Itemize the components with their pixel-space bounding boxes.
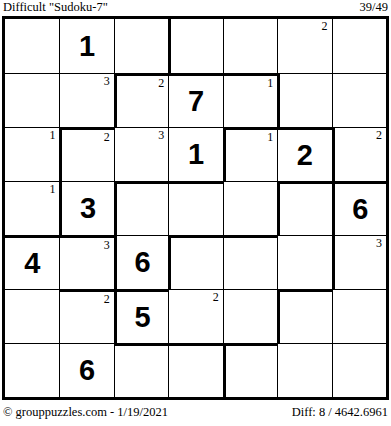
pencil-mark: 2 <box>158 77 164 89</box>
cell-r5c0 <box>5 289 59 343</box>
footer: © grouppuzzles.com - 1/19/2021 Diff: 8 /… <box>3 405 388 423</box>
cell-r4c2: 6 <box>114 235 168 289</box>
given-digit: 4 <box>24 249 40 278</box>
cell-r0c3 <box>168 19 222 73</box>
cell-r4c4 <box>223 235 277 289</box>
cell-r1c4: 1 <box>223 73 277 127</box>
cell-r4c3 <box>168 235 222 289</box>
cell-r3c1: 3 <box>59 181 113 235</box>
footer-copyright: © grouppuzzles.com - 1/19/2021 <box>3 405 168 420</box>
pencil-mark: 2 <box>322 20 328 32</box>
pencil-mark: 1 <box>267 131 273 143</box>
cell-r3c0: 1 <box>5 181 59 235</box>
pencil-mark: 2 <box>104 131 110 143</box>
given-digit: 1 <box>79 32 95 61</box>
given-digit: 2 <box>297 141 313 170</box>
pencil-mark: 2 <box>213 291 219 303</box>
cell-r5c4 <box>223 289 277 343</box>
cell-r2c4: 1 <box>223 127 277 181</box>
cell-r6c0 <box>5 343 59 397</box>
puzzle-title: Difficult "Sudoku-7" <box>3 0 108 14</box>
cell-r6c2 <box>114 343 168 397</box>
cell-r5c1: 2 <box>59 289 113 343</box>
page-root: { "game": "jigsaw-sudoku (7x7 irregular … <box>0 0 391 426</box>
cell-r2c5: 2 <box>277 127 331 181</box>
cell-r6c6 <box>332 343 386 397</box>
pencil-mark: 1 <box>49 129 55 141</box>
cell-r0c2 <box>114 19 168 73</box>
cell-r6c1: 6 <box>59 343 113 397</box>
cell-r5c2: 5 <box>114 289 168 343</box>
pencil-mark: 3 <box>158 129 164 141</box>
pencil-mark: 2 <box>376 129 382 141</box>
pencil-mark: 3 <box>376 237 382 249</box>
given-digit: 6 <box>134 248 150 277</box>
cell-r1c3: 7 <box>168 73 222 127</box>
given-digit: 3 <box>80 194 96 223</box>
cell-r1c2: 2 <box>114 73 168 127</box>
cell-r6c3 <box>168 343 222 397</box>
cell-r3c4 <box>223 181 277 235</box>
pencil-mark: 1 <box>49 183 55 195</box>
cell-r2c2: 3 <box>114 127 168 181</box>
progress-counter: 39/49 <box>360 0 388 14</box>
cell-r1c0 <box>5 73 59 127</box>
cell-r0c5: 2 <box>277 19 331 73</box>
given-digit: 5 <box>134 303 150 332</box>
pencil-mark: 1 <box>267 77 273 89</box>
cell-r0c1: 1 <box>59 19 113 73</box>
cell-r4c6: 3 <box>332 235 386 289</box>
given-digit: 6 <box>79 356 95 385</box>
cell-r4c5 <box>277 235 331 289</box>
cell-r5c3: 2 <box>168 289 222 343</box>
cell-r2c0: 1 <box>5 127 59 181</box>
cell-r4c0: 4 <box>5 235 59 289</box>
cell-r2c6: 2 <box>332 127 386 181</box>
cell-r0c4 <box>223 19 277 73</box>
cell-r3c5 <box>277 181 331 235</box>
given-digit: 6 <box>352 195 368 224</box>
cell-r5c5 <box>277 289 331 343</box>
cell-r3c3 <box>168 181 222 235</box>
pencil-mark: 2 <box>104 293 110 305</box>
cell-r1c1: 3 <box>59 73 113 127</box>
cell-r2c1: 2 <box>59 127 113 181</box>
footer-difficulty: Diff: 8 / 4642.6961 <box>292 405 388 420</box>
header: Difficult "Sudoku-7" 39/49 <box>3 0 388 14</box>
cell-r2c3: 1 <box>168 127 222 181</box>
given-digit: 7 <box>188 87 204 116</box>
cell-r5c6 <box>332 289 386 343</box>
cell-r3c6: 6 <box>332 181 386 235</box>
cell-r0c0 <box>5 19 59 73</box>
cell-r6c5 <box>277 343 331 397</box>
cell-r4c1: 3 <box>59 235 113 289</box>
sudoku-grid: 123271123112213643632526 <box>2 16 389 400</box>
cell-r6c4 <box>223 343 277 397</box>
pencil-mark: 3 <box>104 239 110 251</box>
cell-r0c6 <box>332 19 386 73</box>
cell-r3c2 <box>114 181 168 235</box>
given-digit: 1 <box>188 140 204 169</box>
cell-r1c6 <box>332 73 386 127</box>
pencil-mark: 3 <box>104 75 110 87</box>
cell-r1c5 <box>277 73 331 127</box>
